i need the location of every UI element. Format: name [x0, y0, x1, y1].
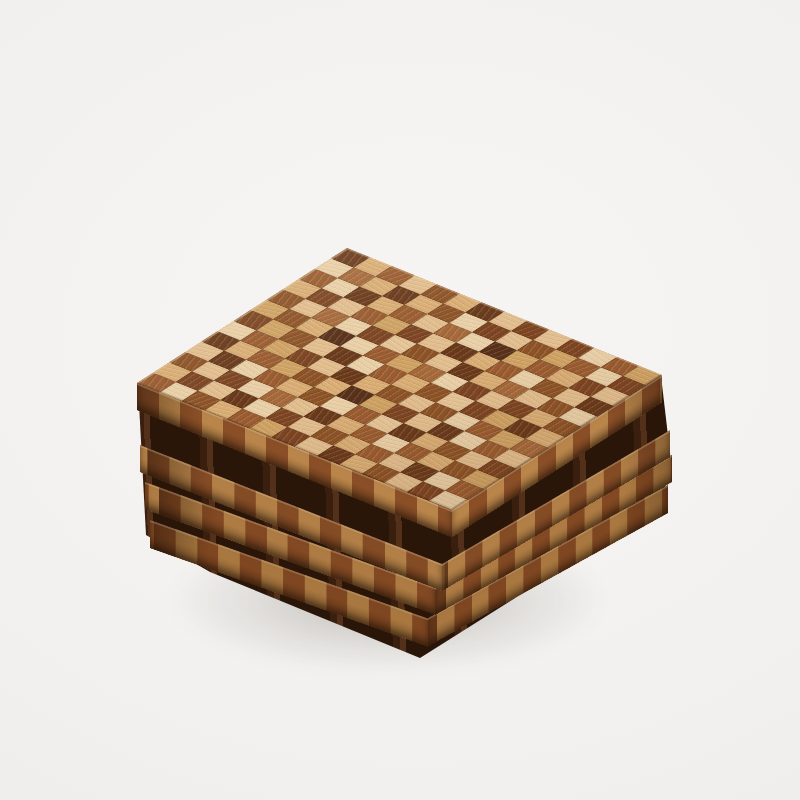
product-photo — [0, 0, 800, 800]
checkerboard-grid — [137, 248, 662, 510]
coaster-1-top — [0, 0, 800, 800]
